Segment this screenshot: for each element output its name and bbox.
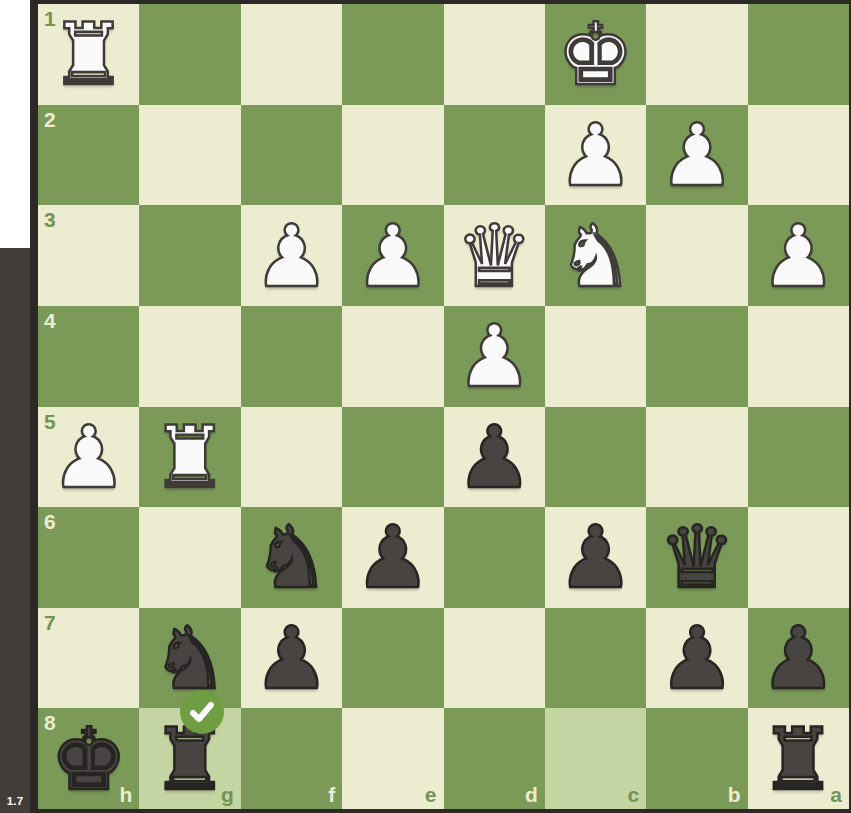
piece-white-pawn[interactable]: ♟	[241, 205, 342, 306]
square-h5[interactable]: 5♟	[38, 407, 139, 508]
square-g6[interactable]	[139, 507, 240, 608]
square-b6[interactable]: ♛	[646, 507, 747, 608]
eval-bar-white-section	[0, 0, 30, 248]
square-d8[interactable]: d	[444, 708, 545, 809]
square-f7[interactable]: ♟	[241, 608, 342, 709]
file-label-d: d	[525, 783, 538, 807]
evaluation-bar: 1.7	[0, 0, 30, 813]
square-d3[interactable]: ♛	[444, 205, 545, 306]
piece-white-pawn[interactable]: ♟	[748, 205, 849, 306]
piece-white-pawn[interactable]: ♟	[646, 105, 747, 206]
eval-score: 1.7	[7, 795, 24, 807]
square-f5[interactable]	[241, 407, 342, 508]
square-h4[interactable]: 4	[38, 306, 139, 407]
square-a5[interactable]	[748, 407, 849, 508]
square-c4[interactable]	[545, 306, 646, 407]
piece-black-king[interactable]: ♚	[38, 708, 139, 809]
square-e4[interactable]	[342, 306, 443, 407]
square-f6[interactable]: ♞	[241, 507, 342, 608]
square-h6[interactable]: 6	[38, 507, 139, 608]
square-f8[interactable]: f	[241, 708, 342, 809]
square-b4[interactable]	[646, 306, 747, 407]
best-move-badge	[180, 690, 224, 734]
square-h8[interactable]: 8h♚	[38, 708, 139, 809]
file-label-b: b	[728, 783, 741, 807]
square-g4[interactable]	[139, 306, 240, 407]
square-e6[interactable]: ♟	[342, 507, 443, 608]
square-e7[interactable]	[342, 608, 443, 709]
square-d7[interactable]	[444, 608, 545, 709]
square-g2[interactable]	[139, 105, 240, 206]
square-h3[interactable]: 3	[38, 205, 139, 306]
square-f1[interactable]	[241, 4, 342, 105]
piece-black-pawn[interactable]: ♟	[748, 608, 849, 709]
square-d6[interactable]	[444, 507, 545, 608]
square-b2[interactable]: ♟	[646, 105, 747, 206]
eval-bar-black-section: 1.7	[0, 248, 30, 813]
piece-black-pawn[interactable]: ♟	[646, 608, 747, 709]
file-label-c: c	[628, 783, 640, 807]
square-c2[interactable]: ♟	[545, 105, 646, 206]
piece-white-pawn[interactable]: ♟	[342, 205, 443, 306]
rank-label-7: 7	[44, 611, 56, 635]
rank-label-6: 6	[44, 510, 56, 534]
rank-label-4: 4	[44, 309, 56, 333]
square-g3[interactable]	[139, 205, 240, 306]
square-c3[interactable]: ♞	[545, 205, 646, 306]
square-f2[interactable]	[241, 105, 342, 206]
square-b5[interactable]	[646, 407, 747, 508]
chess-board[interactable]: 1♜♚2♟♟3♟♟♛♞♟4♟5♟♜♟6♞♟♟♛7♞♟♟♟8h♚g♜fedcba♜	[38, 4, 849, 809]
piece-white-pawn[interactable]: ♟	[545, 105, 646, 206]
square-b3[interactable]	[646, 205, 747, 306]
piece-white-pawn[interactable]: ♟	[444, 306, 545, 407]
piece-white-rook[interactable]: ♜	[38, 4, 139, 105]
square-d2[interactable]	[444, 105, 545, 206]
square-g1[interactable]	[139, 4, 240, 105]
square-a8[interactable]: a♜	[748, 708, 849, 809]
square-a3[interactable]: ♟	[748, 205, 849, 306]
rank-label-2: 2	[44, 108, 56, 132]
square-d4[interactable]: ♟	[444, 306, 545, 407]
square-a4[interactable]	[748, 306, 849, 407]
piece-black-pawn[interactable]: ♟	[545, 507, 646, 608]
piece-white-knight[interactable]: ♞	[545, 205, 646, 306]
piece-white-queen[interactable]: ♛	[444, 205, 545, 306]
file-label-e: e	[425, 783, 437, 807]
square-h1[interactable]: 1♜	[38, 4, 139, 105]
square-e5[interactable]	[342, 407, 443, 508]
square-f3[interactable]: ♟	[241, 205, 342, 306]
piece-black-pawn[interactable]: ♟	[444, 407, 545, 508]
square-e8[interactable]: e	[342, 708, 443, 809]
square-d5[interactable]: ♟	[444, 407, 545, 508]
square-d1[interactable]	[444, 4, 545, 105]
square-e2[interactable]	[342, 105, 443, 206]
square-a6[interactable]	[748, 507, 849, 608]
square-b1[interactable]	[646, 4, 747, 105]
square-a2[interactable]	[748, 105, 849, 206]
square-c5[interactable]	[545, 407, 646, 508]
square-c6[interactable]: ♟	[545, 507, 646, 608]
square-a1[interactable]	[748, 4, 849, 105]
piece-black-queen[interactable]: ♛	[646, 507, 747, 608]
square-c8[interactable]: c	[545, 708, 646, 809]
checkmark-icon	[187, 697, 217, 727]
square-h7[interactable]: 7	[38, 608, 139, 709]
file-label-f: f	[328, 783, 335, 807]
square-a7[interactable]: ♟	[748, 608, 849, 709]
rank-label-3: 3	[44, 208, 56, 232]
piece-black-pawn[interactable]: ♟	[342, 507, 443, 608]
piece-white-king[interactable]: ♚	[545, 4, 646, 105]
piece-white-rook[interactable]: ♜	[139, 407, 240, 508]
square-e3[interactable]: ♟	[342, 205, 443, 306]
square-c7[interactable]	[545, 608, 646, 709]
square-b7[interactable]: ♟	[646, 608, 747, 709]
square-h2[interactable]: 2	[38, 105, 139, 206]
square-f4[interactable]	[241, 306, 342, 407]
piece-black-rook[interactable]: ♜	[748, 708, 849, 809]
square-e1[interactable]	[342, 4, 443, 105]
piece-black-knight[interactable]: ♞	[241, 507, 342, 608]
piece-black-pawn[interactable]: ♟	[241, 608, 342, 709]
square-c1[interactable]: ♚	[545, 4, 646, 105]
piece-white-pawn[interactable]: ♟	[38, 407, 139, 508]
square-g5[interactable]: ♜	[139, 407, 240, 508]
square-b8[interactable]: b	[646, 708, 747, 809]
